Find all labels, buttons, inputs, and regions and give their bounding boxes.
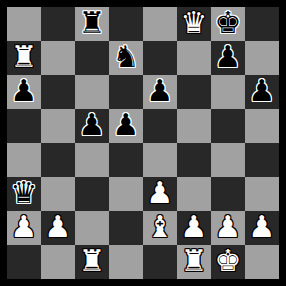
square-h2[interactable]: ♟: [245, 211, 279, 245]
square-a4[interactable]: [7, 143, 41, 177]
square-h7[interactable]: [245, 41, 279, 75]
square-c4[interactable]: [75, 143, 109, 177]
white-pawn-icon: ♟: [45, 212, 72, 242]
black-knight-icon: ♞: [113, 42, 140, 72]
white-rook-icon: ♜: [181, 246, 208, 276]
square-b2[interactable]: ♟: [41, 211, 75, 245]
square-f3[interactable]: [177, 177, 211, 211]
square-g8[interactable]: ♚: [211, 7, 245, 41]
square-d6[interactable]: [109, 75, 143, 109]
square-d1[interactable]: [109, 245, 143, 279]
white-pawn-icon: ♟: [181, 212, 208, 242]
square-b6[interactable]: [41, 75, 75, 109]
square-a2[interactable]: ♟: [7, 211, 41, 245]
black-pawn-icon: ♟: [147, 76, 174, 106]
square-d5[interactable]: ♟: [109, 109, 143, 143]
square-c5[interactable]: ♟: [75, 109, 109, 143]
white-king-icon: ♚: [215, 246, 242, 276]
square-e7[interactable]: [143, 41, 177, 75]
square-d2[interactable]: [109, 211, 143, 245]
square-c6[interactable]: [75, 75, 109, 109]
board-frame: ♜♛♚♜♞♟♟♟♟♟♟♛♟♟♟♝♟♟♟♜♜♚: [0, 0, 286, 286]
square-a6[interactable]: ♟: [7, 75, 41, 109]
square-c8[interactable]: ♜: [75, 7, 109, 41]
square-d8[interactable]: [109, 7, 143, 41]
black-queen-icon: ♛: [11, 178, 38, 208]
black-pawn-icon: ♟: [249, 76, 276, 106]
square-d4[interactable]: [109, 143, 143, 177]
square-f6[interactable]: [177, 75, 211, 109]
square-h3[interactable]: [245, 177, 279, 211]
square-g3[interactable]: [211, 177, 245, 211]
square-e8[interactable]: [143, 7, 177, 41]
square-g6[interactable]: [211, 75, 245, 109]
black-pawn-icon: ♟: [11, 76, 38, 106]
square-b1[interactable]: [41, 245, 75, 279]
square-f5[interactable]: [177, 109, 211, 143]
black-pawn-icon: ♟: [215, 42, 242, 72]
square-a8[interactable]: [7, 7, 41, 41]
square-a5[interactable]: [7, 109, 41, 143]
square-b8[interactable]: [41, 7, 75, 41]
square-e3[interactable]: ♟: [143, 177, 177, 211]
square-e2[interactable]: ♝: [143, 211, 177, 245]
square-g5[interactable]: [211, 109, 245, 143]
square-g7[interactable]: ♟: [211, 41, 245, 75]
square-g1[interactable]: ♚: [211, 245, 245, 279]
square-e5[interactable]: [143, 109, 177, 143]
white-pawn-icon: ♟: [11, 212, 38, 242]
square-e1[interactable]: [143, 245, 177, 279]
black-king-icon: ♚: [215, 8, 242, 38]
black-rook-icon: ♜: [79, 8, 106, 38]
square-f8[interactable]: ♛: [177, 7, 211, 41]
white-pawn-icon: ♟: [215, 212, 242, 242]
square-f4[interactable]: [177, 143, 211, 177]
square-f2[interactable]: ♟: [177, 211, 211, 245]
white-pawn-icon: ♟: [147, 178, 174, 208]
black-pawn-icon: ♟: [113, 110, 140, 140]
square-d7[interactable]: ♞: [109, 41, 143, 75]
black-pawn-icon: ♟: [79, 110, 106, 140]
square-h6[interactable]: ♟: [245, 75, 279, 109]
square-c2[interactable]: [75, 211, 109, 245]
square-e6[interactable]: ♟: [143, 75, 177, 109]
square-b3[interactable]: [41, 177, 75, 211]
square-h8[interactable]: [245, 7, 279, 41]
white-rook-icon: ♜: [79, 246, 106, 276]
square-b5[interactable]: [41, 109, 75, 143]
square-f7[interactable]: [177, 41, 211, 75]
square-a1[interactable]: [7, 245, 41, 279]
square-d3[interactable]: [109, 177, 143, 211]
square-g2[interactable]: ♟: [211, 211, 245, 245]
square-b7[interactable]: [41, 41, 75, 75]
square-b4[interactable]: [41, 143, 75, 177]
square-a7[interactable]: ♜: [7, 41, 41, 75]
white-rook-icon: ♜: [11, 42, 38, 72]
chess-board: ♜♛♚♜♞♟♟♟♟♟♟♛♟♟♟♝♟♟♟♜♜♚: [7, 7, 279, 279]
square-h5[interactable]: [245, 109, 279, 143]
white-bishop-icon: ♝: [147, 212, 174, 242]
square-c1[interactable]: ♜: [75, 245, 109, 279]
white-queen-icon: ♛: [181, 8, 208, 38]
white-pawn-icon: ♟: [249, 212, 276, 242]
square-e4[interactable]: [143, 143, 177, 177]
square-f1[interactable]: ♜: [177, 245, 211, 279]
square-h4[interactable]: [245, 143, 279, 177]
square-h1[interactable]: [245, 245, 279, 279]
square-c7[interactable]: [75, 41, 109, 75]
square-a3[interactable]: ♛: [7, 177, 41, 211]
square-g4[interactable]: [211, 143, 245, 177]
square-c3[interactable]: [75, 177, 109, 211]
